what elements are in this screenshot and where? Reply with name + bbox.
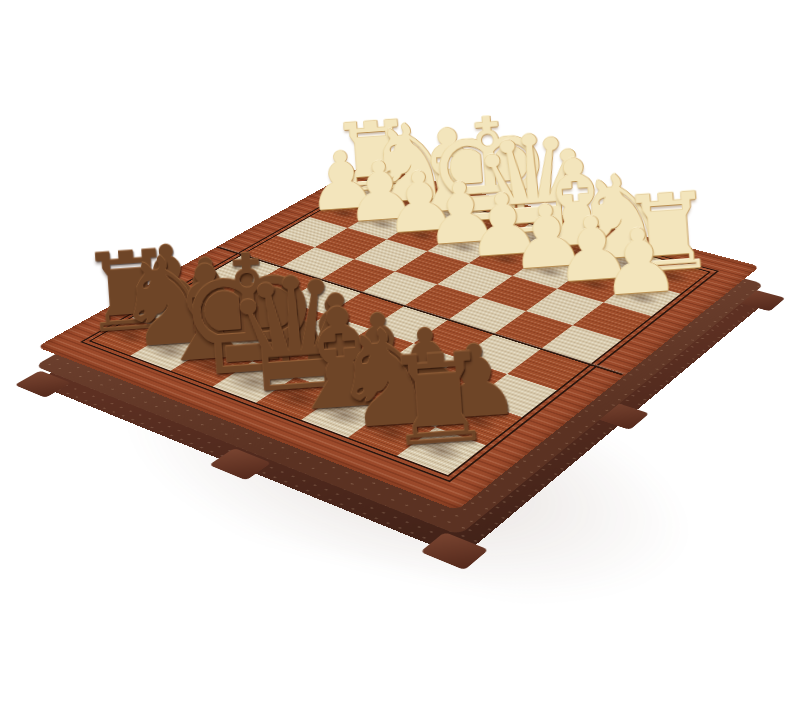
playing-grid: ♜♞♝♚♛♝♞♜♟♟♟♟♟♟♟♟♟♟♟♟♟♟♟♟♜♞♝♚♛♝♞♜ [89,181,711,477]
product-photo-background: ♜♞♝♚♛♝♞♜♟♟♟♟♟♟♟♟♟♟♟♟♟♟♟♟♜♞♝♚♛♝♞♜ [0,0,800,712]
square-a2[interactable]: ♟ [603,281,680,317]
square-a8[interactable]: ♜ [397,427,486,475]
chess-set-scene: ♜♞♝♚♛♝♞♜♟♟♟♟♟♟♟♟♟♟♟♟♟♟♟♟♜♞♝♚♛♝♞♜ [129,31,680,582]
